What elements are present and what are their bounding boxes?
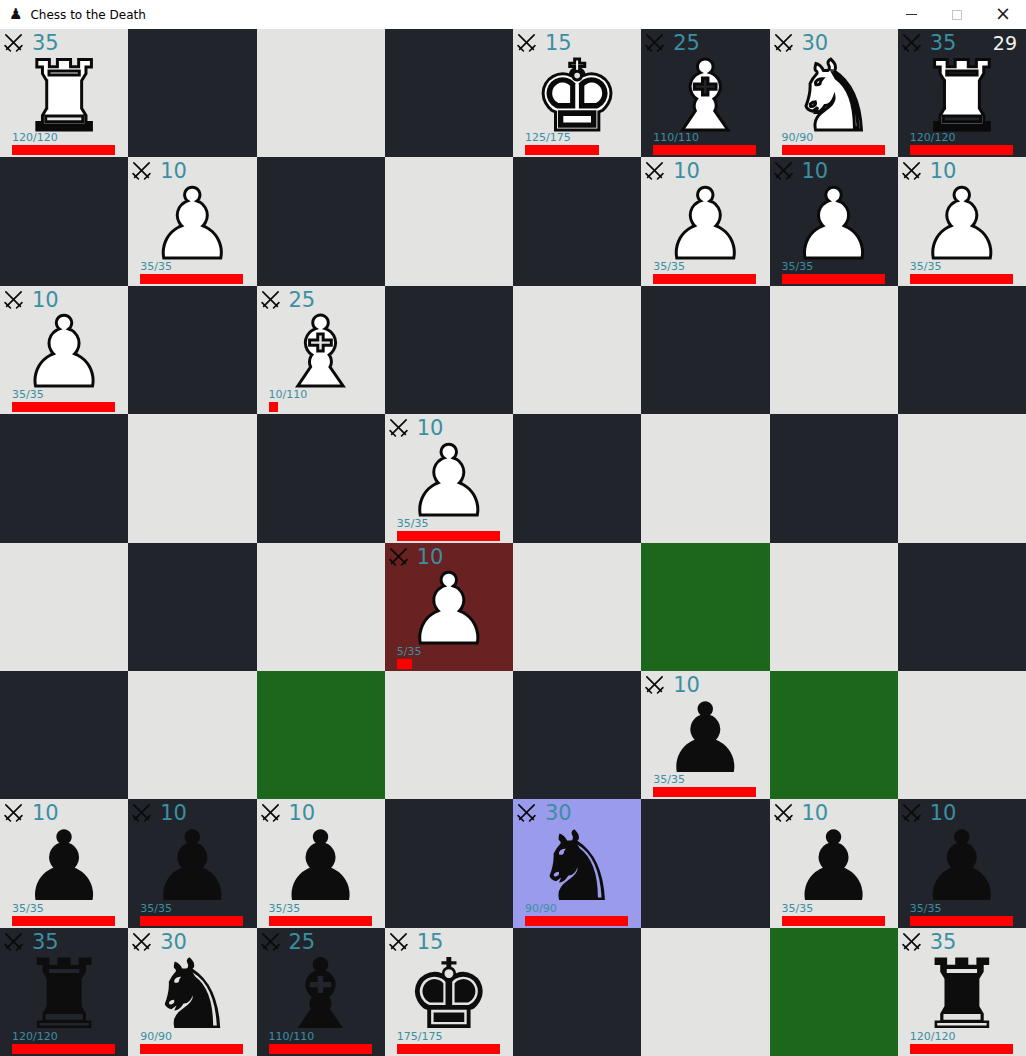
hp-bar xyxy=(525,916,628,926)
hp-text: 90/90 xyxy=(782,131,885,144)
crossed-swords-icon xyxy=(900,802,923,825)
crossed-swords-icon xyxy=(2,32,25,55)
square-e7[interactable] xyxy=(513,157,641,285)
hp-bar xyxy=(910,1044,1013,1054)
square-e3[interactable] xyxy=(513,671,641,799)
hp-indicator: 90/90 xyxy=(782,131,885,155)
crossed-swords-icon xyxy=(900,931,923,954)
hp-text: 120/120 xyxy=(910,1030,1013,1043)
hp-bar xyxy=(12,1044,115,1054)
attack-value: 35 xyxy=(32,31,59,55)
maximize-button[interactable] xyxy=(934,0,980,29)
hp-bar xyxy=(269,1044,372,1054)
hp-bar-fill xyxy=(910,274,1013,284)
hp-indicator: 35/35 xyxy=(910,260,1013,284)
hp-text: 35/35 xyxy=(269,902,372,915)
black-pawn: ♟ xyxy=(257,799,385,927)
square-f1[interactable] xyxy=(641,928,769,1056)
square-a2[interactable]: 10♟35/35 xyxy=(0,799,128,927)
black-pawn: ♟ xyxy=(770,799,898,927)
crossed-swords-icon xyxy=(130,802,153,825)
square-g5[interactable] xyxy=(770,414,898,542)
window-controls: × xyxy=(888,0,1026,29)
square-d1[interactable]: 15♚175/175 xyxy=(385,928,513,1056)
attack-value: 10 xyxy=(673,673,700,697)
hp-bar xyxy=(782,916,885,926)
black-pawn: ♟ xyxy=(641,671,769,799)
white-pawn: ♟ xyxy=(0,286,128,414)
attack-value: 10 xyxy=(802,159,829,183)
attack-stat: 35 xyxy=(900,931,957,954)
hp-bar xyxy=(910,145,1013,155)
square-e1[interactable] xyxy=(513,928,641,1056)
attack-value: 10 xyxy=(32,288,59,312)
title-bar: ♟ Chess to the Death × xyxy=(0,0,1026,29)
hp-indicator: 35/35 xyxy=(653,260,756,284)
minimize-button[interactable] xyxy=(888,0,934,29)
hp-indicator: 90/90 xyxy=(525,902,628,926)
hp-bar xyxy=(397,531,500,541)
hp-bar-fill xyxy=(782,145,885,155)
attack-stat: 10 xyxy=(772,802,829,825)
hp-indicator: 35/35 xyxy=(12,902,115,926)
square-b7[interactable]: 10♟35/35 xyxy=(128,157,256,285)
black-knight: ♞ xyxy=(128,928,256,1056)
square-d6[interactable] xyxy=(385,286,513,414)
hp-text: 35/35 xyxy=(910,902,1013,915)
hp-indicator: 110/110 xyxy=(653,131,756,155)
attack-stat: 10 xyxy=(387,417,444,440)
square-h4[interactable] xyxy=(898,543,1026,671)
hp-text: 35/35 xyxy=(397,517,500,530)
square-h5[interactable] xyxy=(898,414,1026,542)
hp-indicator: 35/35 xyxy=(140,260,243,284)
hp-bar xyxy=(12,916,115,926)
hp-bar-fill xyxy=(140,916,243,926)
crossed-swords-icon xyxy=(515,32,538,55)
square-f2[interactable] xyxy=(641,799,769,927)
hp-bar-fill xyxy=(12,1044,115,1054)
square-g8[interactable]: 30♞90/90 xyxy=(770,29,898,157)
hp-indicator: 120/120 xyxy=(910,1030,1013,1054)
square-e6[interactable] xyxy=(513,286,641,414)
hp-bar xyxy=(269,916,372,926)
crossed-swords-icon xyxy=(387,931,410,954)
attack-stat: 10 xyxy=(2,802,59,825)
square-c8[interactable] xyxy=(257,29,385,157)
hp-text: 90/90 xyxy=(140,1030,243,1043)
hp-bar-fill xyxy=(910,145,1013,155)
hp-bar-fill xyxy=(397,659,412,669)
attack-stat: 25 xyxy=(643,32,700,55)
hp-bar-fill xyxy=(12,402,115,412)
hp-text: 35/35 xyxy=(140,260,243,273)
crossed-swords-icon xyxy=(643,160,666,183)
attack-stat: 10 xyxy=(772,160,829,183)
white-pawn: ♟ xyxy=(128,157,256,285)
minimize-icon xyxy=(906,14,917,15)
attack-value: 10 xyxy=(673,159,700,183)
board-container: 35♜120/12015♚125/17525♝110/11030♞90/9035… xyxy=(0,29,1026,1056)
hp-text: 35/35 xyxy=(12,388,115,401)
hp-bar-fill xyxy=(140,274,243,284)
black-pawn: ♟ xyxy=(0,799,128,927)
square-a4[interactable] xyxy=(0,543,128,671)
hp-indicator: 35/35 xyxy=(782,902,885,926)
square-a3[interactable] xyxy=(0,671,128,799)
hp-bar-fill xyxy=(653,145,756,155)
app-pawn-icon: ♟ xyxy=(9,7,22,22)
square-a8[interactable]: 35♜120/120 xyxy=(0,29,128,157)
square-h3[interactable] xyxy=(898,671,1026,799)
hp-indicator: 5/35 xyxy=(397,645,500,669)
square-c4[interactable] xyxy=(257,543,385,671)
hp-text: 110/110 xyxy=(653,131,756,144)
white-rook: ♜ xyxy=(898,29,1026,157)
attack-stat: 10 xyxy=(643,160,700,183)
hp-bar-fill xyxy=(140,1044,243,1054)
crossed-swords-icon xyxy=(130,160,153,183)
square-g7[interactable]: 10♟35/35 xyxy=(770,157,898,285)
hp-bar-fill xyxy=(525,145,599,155)
square-b4[interactable] xyxy=(128,543,256,671)
attack-value: 35 xyxy=(930,31,957,55)
crossed-swords-icon xyxy=(259,289,282,312)
white-pawn: ♟ xyxy=(641,157,769,285)
hp-bar-fill xyxy=(653,787,756,797)
attack-value: 30 xyxy=(545,801,572,825)
square-b3[interactable] xyxy=(128,671,256,799)
attack-stat: 10 xyxy=(130,160,187,183)
attack-value: 10 xyxy=(417,545,444,569)
hp-text: 90/90 xyxy=(525,902,628,915)
square-h7[interactable]: 10♟35/35 xyxy=(898,157,1026,285)
attack-stat: 10 xyxy=(900,802,957,825)
attack-value: 10 xyxy=(160,159,187,183)
hp-text: 120/120 xyxy=(12,1030,115,1043)
hp-indicator: 35/35 xyxy=(269,902,372,926)
hp-bar xyxy=(653,145,756,155)
attack-value: 35 xyxy=(930,930,957,954)
hp-text: 110/110 xyxy=(269,1030,372,1043)
attack-stat: 25 xyxy=(259,931,316,954)
square-h1[interactable]: 35♜120/120 xyxy=(898,928,1026,1056)
hp-bar-fill xyxy=(653,274,756,284)
hp-bar xyxy=(397,659,500,669)
white-king: ♚ xyxy=(513,29,641,157)
crossed-swords-icon xyxy=(259,802,282,825)
crossed-swords-icon xyxy=(643,674,666,697)
square-h2[interactable]: 10♟35/35 xyxy=(898,799,1026,927)
attack-stat: 10 xyxy=(900,160,957,183)
attack-stat: 15 xyxy=(387,931,444,954)
attack-value: 10 xyxy=(32,801,59,825)
black-rook: ♜ xyxy=(0,928,128,1056)
square-c6[interactable]: 25♝10/110 xyxy=(257,286,385,414)
crossed-swords-icon xyxy=(387,546,410,569)
crossed-swords-icon xyxy=(515,802,538,825)
square-c7[interactable] xyxy=(257,157,385,285)
square-a7[interactable] xyxy=(0,157,128,285)
square-e4[interactable] xyxy=(513,543,641,671)
black-knight: ♞ xyxy=(513,799,641,927)
hp-bar-fill xyxy=(269,402,278,412)
attack-stat: 10 xyxy=(387,546,444,569)
hp-bar xyxy=(653,274,756,284)
attack-value: 25 xyxy=(673,31,700,55)
square-b1[interactable]: 30♞90/90 xyxy=(128,928,256,1056)
crossed-swords-icon xyxy=(772,32,795,55)
square-g4[interactable] xyxy=(770,543,898,671)
crossed-swords-icon xyxy=(900,160,923,183)
hp-text: 10/110 xyxy=(269,388,372,401)
crossed-swords-icon xyxy=(772,802,795,825)
square-b5[interactable] xyxy=(128,414,256,542)
hp-bar-fill xyxy=(397,531,500,541)
attack-stat: 10 xyxy=(2,289,59,312)
attack-stat: 35 xyxy=(900,32,957,55)
attack-stat: 30 xyxy=(515,802,572,825)
attack-value: 25 xyxy=(289,288,316,312)
crossed-swords-icon xyxy=(387,417,410,440)
square-g3[interactable] xyxy=(770,671,898,799)
hp-text: 175/175 xyxy=(397,1030,500,1043)
square-d4[interactable]: 10♟5/35 xyxy=(385,543,513,671)
attack-stat: 30 xyxy=(130,931,187,954)
square-h6[interactable] xyxy=(898,286,1026,414)
attack-value: 10 xyxy=(930,801,957,825)
white-knight: ♞ xyxy=(770,29,898,157)
hp-bar-fill xyxy=(12,145,115,155)
hp-bar-fill xyxy=(12,916,115,926)
chess-board: 35♜120/12015♚125/17525♝110/11030♞90/9035… xyxy=(0,29,1026,1056)
square-f7[interactable]: 10♟35/35 xyxy=(641,157,769,285)
attack-value: 25 xyxy=(289,930,316,954)
hp-bar xyxy=(12,402,115,412)
hp-indicator: 110/110 xyxy=(269,1030,372,1054)
maximize-icon xyxy=(952,10,962,20)
crossed-swords-icon xyxy=(2,802,25,825)
hp-indicator: 120/120 xyxy=(910,131,1013,155)
square-f6[interactable] xyxy=(641,286,769,414)
square-d8[interactable] xyxy=(385,29,513,157)
crossed-swords-icon xyxy=(130,931,153,954)
hp-indicator: 35/35 xyxy=(12,388,115,412)
hp-bar xyxy=(910,916,1013,926)
black-bishop: ♝ xyxy=(257,928,385,1056)
attack-value: 10 xyxy=(802,801,829,825)
square-c2[interactable]: 10♟35/35 xyxy=(257,799,385,927)
square-g2[interactable]: 10♟35/35 xyxy=(770,799,898,927)
crossed-swords-icon xyxy=(2,931,25,954)
black-pawn: ♟ xyxy=(128,799,256,927)
white-pawn: ♟ xyxy=(385,414,513,542)
hp-text: 35/35 xyxy=(140,902,243,915)
square-a6[interactable]: 10♟35/35 xyxy=(0,286,128,414)
attack-value: 15 xyxy=(545,31,572,55)
hp-bar xyxy=(269,402,372,412)
crossed-swords-icon xyxy=(643,32,666,55)
black-king: ♚ xyxy=(385,928,513,1056)
square-e5[interactable] xyxy=(513,414,641,542)
white-pawn: ♟ xyxy=(898,157,1026,285)
square-b2[interactable]: 10♟35/35 xyxy=(128,799,256,927)
hp-bar xyxy=(140,916,243,926)
hp-bar xyxy=(140,274,243,284)
attack-stat: 10 xyxy=(130,802,187,825)
square-a5[interactable] xyxy=(0,414,128,542)
hp-text: 35/35 xyxy=(12,902,115,915)
attack-stat: 15 xyxy=(515,32,572,55)
square-h8[interactable]: 35♜120/120 xyxy=(898,29,1026,157)
hp-bar xyxy=(910,274,1013,284)
hp-bar xyxy=(397,1044,500,1054)
hp-bar-fill xyxy=(525,916,628,926)
white-bishop: ♝ xyxy=(257,286,385,414)
hp-indicator: 35/35 xyxy=(140,902,243,926)
hp-bar-fill xyxy=(782,274,885,284)
hp-bar-fill xyxy=(269,916,372,926)
hp-indicator: 35/35 xyxy=(910,902,1013,926)
crossed-swords-icon xyxy=(259,931,282,954)
close-button[interactable]: × xyxy=(980,0,1026,29)
hp-bar xyxy=(12,145,115,155)
square-e2[interactable]: 30♞90/90 xyxy=(513,799,641,927)
white-bishop: ♝ xyxy=(641,29,769,157)
hp-indicator: 35/35 xyxy=(782,260,885,284)
hp-indicator: 35/35 xyxy=(397,517,500,541)
hp-bar-fill xyxy=(910,916,1013,926)
square-f3[interactable]: 10♟35/35 xyxy=(641,671,769,799)
hp-indicator: 120/120 xyxy=(12,131,115,155)
hp-bar-fill xyxy=(397,1044,500,1054)
square-c5[interactable] xyxy=(257,414,385,542)
attack-value: 10 xyxy=(289,801,316,825)
square-f5[interactable] xyxy=(641,414,769,542)
hp-indicator: 175/175 xyxy=(397,1030,500,1054)
attack-value: 10 xyxy=(160,801,187,825)
square-f8[interactable]: 25♝110/110 xyxy=(641,29,769,157)
square-d2[interactable] xyxy=(385,799,513,927)
hp-text: 35/35 xyxy=(653,773,756,786)
attack-stat: 35 xyxy=(2,32,59,55)
attack-stat: 35 xyxy=(2,931,59,954)
hp-indicator: 125/175 xyxy=(525,131,628,155)
hp-text: 120/120 xyxy=(910,131,1013,144)
attack-value: 35 xyxy=(32,930,59,954)
square-e8[interactable]: 15♚125/175 xyxy=(513,29,641,157)
white-pawn: ♟ xyxy=(770,157,898,285)
hp-bar xyxy=(140,1044,243,1054)
hp-text: 35/35 xyxy=(782,260,885,273)
square-c3[interactable] xyxy=(257,671,385,799)
hp-bar xyxy=(525,145,628,155)
square-d5[interactable]: 10♟35/35 xyxy=(385,414,513,542)
hp-text: 35/35 xyxy=(910,260,1013,273)
hp-bar xyxy=(782,274,885,284)
attack-value: 15 xyxy=(417,930,444,954)
square-d7[interactable] xyxy=(385,157,513,285)
white-rook: ♜ xyxy=(0,29,128,157)
square-a1[interactable]: 35♜120/120 xyxy=(0,928,128,1056)
square-b6[interactable] xyxy=(128,286,256,414)
attack-stat: 30 xyxy=(772,32,829,55)
hp-indicator: 90/90 xyxy=(140,1030,243,1054)
attack-value: 30 xyxy=(802,31,829,55)
crossed-swords-icon xyxy=(2,289,25,312)
hp-bar xyxy=(782,145,885,155)
attack-value: 10 xyxy=(417,416,444,440)
close-icon: × xyxy=(995,4,1011,23)
attack-stat: 10 xyxy=(259,802,316,825)
hp-indicator: 10/110 xyxy=(269,388,372,412)
black-pawn: ♟ xyxy=(898,799,1026,927)
crossed-swords-icon xyxy=(900,32,923,55)
square-g1[interactable] xyxy=(770,928,898,1056)
attack-value: 30 xyxy=(160,930,187,954)
attack-stat: 25 xyxy=(259,289,316,312)
window-title: Chess to the Death xyxy=(30,8,145,22)
square-c1[interactable]: 25♝110/110 xyxy=(257,928,385,1056)
attack-stat: 10 xyxy=(643,674,700,697)
hp-text: 35/35 xyxy=(782,902,885,915)
hp-text: 125/175 xyxy=(525,131,628,144)
square-f4[interactable] xyxy=(641,543,769,671)
hp-bar-fill xyxy=(269,1044,372,1054)
hp-text: 5/35 xyxy=(397,645,500,658)
hp-bar-fill xyxy=(782,916,885,926)
hp-indicator: 35/35 xyxy=(653,773,756,797)
hp-text: 35/35 xyxy=(653,260,756,273)
hp-text: 120/120 xyxy=(12,131,115,144)
attack-value: 10 xyxy=(930,159,957,183)
hp-bar xyxy=(653,787,756,797)
crossed-swords-icon xyxy=(772,160,795,183)
hp-bar-fill xyxy=(910,1044,1013,1054)
square-b8[interactable] xyxy=(128,29,256,157)
square-d3[interactable] xyxy=(385,671,513,799)
black-rook: ♜ xyxy=(898,928,1026,1056)
square-g6[interactable] xyxy=(770,286,898,414)
white-pawn: ♟ xyxy=(385,543,513,671)
hp-indicator: 120/120 xyxy=(12,1030,115,1054)
